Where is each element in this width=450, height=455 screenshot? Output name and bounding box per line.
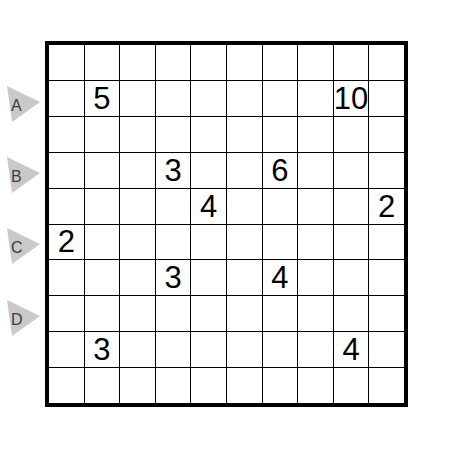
cell-r2c8 (298, 81, 333, 116)
cell-r8c9 (334, 296, 369, 331)
cell-r3c2 (85, 117, 120, 152)
cell-r9c3 (120, 332, 155, 367)
cell-r7c3 (120, 260, 155, 295)
cell-r10c4 (156, 368, 191, 403)
cell-r7c4-clue: 3 (156, 260, 191, 295)
cell-r6c3 (120, 225, 155, 260)
puzzle-page: A B C D 510364223434 (0, 0, 450, 455)
cell-r9c5 (191, 332, 226, 367)
cell-r1c7 (263, 45, 298, 80)
cell-r10c7 (263, 368, 298, 403)
cell-r7c2 (85, 260, 120, 295)
cell-r4c1 (49, 153, 84, 188)
cell-r2c3 (120, 81, 155, 116)
cell-r7c6 (227, 260, 262, 295)
cell-r8c5 (191, 296, 226, 331)
cell-r2c6 (227, 81, 262, 116)
row-marker-A: A (2, 84, 42, 124)
cell-r4c4-clue: 3 (156, 153, 191, 188)
cell-r6c6 (227, 225, 262, 260)
cell-r1c8 (298, 45, 333, 80)
cell-r5c9 (334, 189, 369, 224)
cell-r10c10 (369, 368, 404, 403)
cell-r10c1 (49, 368, 84, 403)
cell-r5c3 (120, 189, 155, 224)
cell-r4c8 (298, 153, 333, 188)
cell-r5c7 (263, 189, 298, 224)
cell-r8c1 (49, 296, 84, 331)
cell-r3c1 (49, 117, 84, 152)
cell-r7c5 (191, 260, 226, 295)
cell-r2c1 (49, 81, 84, 116)
row-marker-C: C (2, 226, 42, 266)
cell-r1c2 (85, 45, 120, 80)
cell-r8c8 (298, 296, 333, 331)
row-marker-D: D (2, 298, 42, 338)
cell-r8c7 (263, 296, 298, 331)
cell-r7c8 (298, 260, 333, 295)
cell-r8c6 (227, 296, 262, 331)
cell-r10c2 (85, 368, 120, 403)
cell-r2c4 (156, 81, 191, 116)
cell-r1c5 (191, 45, 226, 80)
cell-r6c4 (156, 225, 191, 260)
cell-r5c4 (156, 189, 191, 224)
cell-r3c6 (227, 117, 262, 152)
cell-r3c8 (298, 117, 333, 152)
cell-r4c10 (369, 153, 404, 188)
cell-r8c4 (156, 296, 191, 331)
cell-r9c7 (263, 332, 298, 367)
cell-r7c1 (49, 260, 84, 295)
cell-r2c10 (369, 81, 404, 116)
cell-r2c2-clue: 5 (85, 81, 120, 116)
cell-r8c3 (120, 296, 155, 331)
cell-r3c5 (191, 117, 226, 152)
cell-r9c1 (49, 332, 84, 367)
cell-r10c9 (334, 368, 369, 403)
cell-r2c5 (191, 81, 226, 116)
cell-r6c9 (334, 225, 369, 260)
cell-r1c1 (49, 45, 84, 80)
cell-r6c5 (191, 225, 226, 260)
cell-r5c1 (49, 189, 84, 224)
cell-r9c6 (227, 332, 262, 367)
cell-r4c2 (85, 153, 120, 188)
row-marker-B: B (2, 155, 42, 195)
cell-r8c2 (85, 296, 120, 331)
row-marker-label: D (11, 311, 23, 328)
cell-r6c7 (263, 225, 298, 260)
cell-r3c9 (334, 117, 369, 152)
row-marker-label: C (11, 239, 23, 256)
cell-r4c7-clue: 6 (263, 153, 298, 188)
cell-r7c7-clue: 4 (263, 260, 298, 295)
cell-r4c3 (120, 153, 155, 188)
cell-r9c4 (156, 332, 191, 367)
cell-r1c9 (334, 45, 369, 80)
cell-r3c10 (369, 117, 404, 152)
cell-r1c10 (369, 45, 404, 80)
cell-r7c10 (369, 260, 404, 295)
cell-r1c4 (156, 45, 191, 80)
cell-r5c8 (298, 189, 333, 224)
cell-r7c9 (334, 260, 369, 295)
cell-r5c5-clue: 4 (191, 189, 226, 224)
cell-r9c8 (298, 332, 333, 367)
cell-r2c9-clue: 10 (334, 81, 369, 116)
row-marker-label: A (11, 97, 22, 114)
cell-r4c6 (227, 153, 262, 188)
cell-r5c2 (85, 189, 120, 224)
puzzle-grid: 510364223434 (45, 41, 408, 407)
cell-r3c7 (263, 117, 298, 152)
cell-r6c8 (298, 225, 333, 260)
cell-r5c6 (227, 189, 262, 224)
row-marker-label: B (11, 168, 22, 185)
cell-r6c2 (85, 225, 120, 260)
cell-r3c4 (156, 117, 191, 152)
cell-r10c8 (298, 368, 333, 403)
cell-r6c1-clue: 2 (49, 225, 84, 260)
cell-r9c10 (369, 332, 404, 367)
cell-r1c3 (120, 45, 155, 80)
cell-r4c5 (191, 153, 226, 188)
cell-r10c5 (191, 368, 226, 403)
cell-r1c6 (227, 45, 262, 80)
cell-r6c10 (369, 225, 404, 260)
cell-r5c10-clue: 2 (369, 189, 404, 224)
cell-r3c3 (120, 117, 155, 152)
cell-r8c10 (369, 296, 404, 331)
cell-r9c9-clue: 4 (334, 332, 369, 367)
cell-r2c7 (263, 81, 298, 116)
cell-r10c6 (227, 368, 262, 403)
cell-r10c3 (120, 368, 155, 403)
cell-r9c2-clue: 3 (85, 332, 120, 367)
cell-r4c9 (334, 153, 369, 188)
